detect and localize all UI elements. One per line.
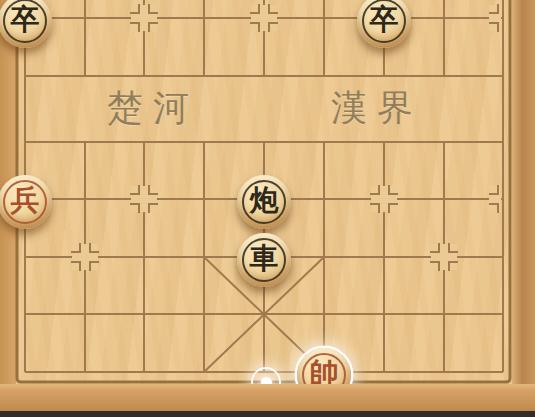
marker-mask bbox=[489, 186, 501, 212]
piece-glyph: 卒 bbox=[11, 0, 40, 40]
marker-mask bbox=[431, 244, 457, 270]
river-label-hanjie: 漢界 bbox=[331, 90, 423, 126]
piece-glyph: 兵 bbox=[11, 181, 40, 221]
marker-mask bbox=[489, 5, 501, 31]
river-label-chuhe: 楚河 bbox=[107, 90, 199, 126]
screen-letterbox-bar bbox=[0, 411, 535, 417]
piece-glyph: 車 bbox=[250, 239, 279, 279]
marker-mask bbox=[72, 244, 98, 270]
piece-glyph: 炮 bbox=[250, 181, 279, 221]
marker-mask bbox=[251, 5, 277, 31]
board-bottom-apron bbox=[0, 384, 535, 411]
red-soldier-a4[interactable]: 兵 bbox=[0, 175, 52, 229]
black-chariot-e3[interactable]: 車 bbox=[237, 233, 291, 287]
piece-glyph: 卒 bbox=[370, 0, 399, 40]
marker-mask bbox=[371, 186, 397, 212]
xiangqi-game-screen: 楚河 漢界 卒卒兵炮車帥 bbox=[0, 0, 535, 417]
marker-mask bbox=[131, 5, 157, 31]
black-cannon-e4[interactable]: 炮 bbox=[237, 175, 291, 229]
marker-mask bbox=[131, 186, 157, 212]
